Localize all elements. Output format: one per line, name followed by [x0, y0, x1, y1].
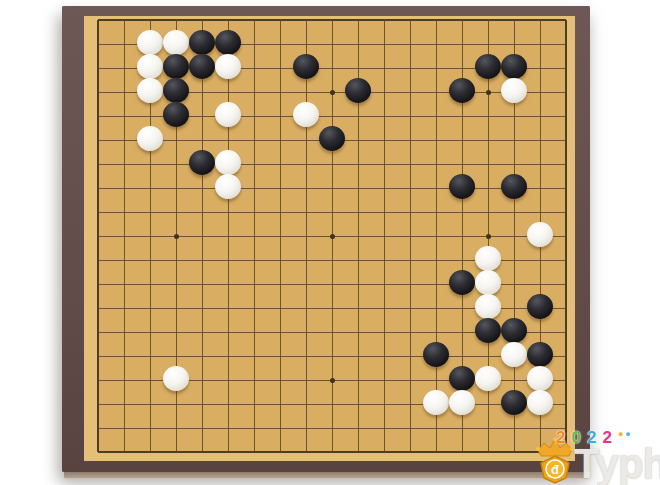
grid-line-horizontal	[98, 451, 566, 453]
white-stone[interactable]	[501, 78, 527, 103]
white-stone[interactable]	[475, 270, 501, 295]
black-stone[interactable]	[449, 366, 475, 391]
grid-line-horizontal	[98, 356, 566, 357]
watermark: đ 2022●● Typhu88	[532, 424, 660, 484]
black-stone[interactable]	[501, 54, 527, 79]
grid-line-vertical	[436, 20, 437, 452]
grid-line-vertical	[384, 20, 385, 452]
board-face	[84, 16, 575, 461]
black-stone[interactable]	[475, 54, 501, 79]
black-stone[interactable]	[475, 318, 501, 343]
white-stone[interactable]	[215, 150, 241, 175]
star-point	[330, 234, 335, 239]
black-stone[interactable]	[163, 78, 189, 103]
black-stone[interactable]	[189, 150, 215, 175]
watermark-brand: Typhu88	[574, 440, 660, 485]
white-stone[interactable]	[423, 390, 449, 415]
black-stone[interactable]	[163, 54, 189, 79]
white-stone[interactable]	[293, 102, 319, 127]
grid-line-horizontal	[98, 428, 566, 429]
white-stone[interactable]	[501, 342, 527, 367]
white-stone[interactable]	[527, 366, 553, 391]
board-grid[interactable]	[98, 20, 566, 452]
goban-side-edge	[64, 472, 586, 479]
black-stone[interactable]	[345, 78, 371, 103]
white-stone[interactable]	[527, 222, 553, 247]
white-stone[interactable]	[215, 54, 241, 79]
white-stone[interactable]	[449, 390, 475, 415]
star-point	[486, 234, 491, 239]
white-stone[interactable]	[475, 246, 501, 271]
white-stone[interactable]	[215, 174, 241, 199]
grid-line-vertical	[410, 20, 411, 452]
white-stone[interactable]	[163, 366, 189, 391]
white-stone[interactable]	[475, 366, 501, 391]
white-stone[interactable]	[137, 126, 163, 151]
watermark-year-digit: 2	[556, 428, 571, 447]
grid-line-horizontal	[98, 404, 566, 405]
white-stone[interactable]	[527, 390, 553, 415]
black-stone[interactable]	[423, 342, 449, 367]
black-stone[interactable]	[449, 270, 475, 295]
goban	[62, 6, 590, 472]
go-board-photo: đ 2022●● Typhu88	[0, 0, 660, 485]
star-point	[330, 378, 335, 383]
black-stone[interactable]	[501, 390, 527, 415]
black-stone[interactable]	[527, 342, 553, 367]
white-stone[interactable]	[137, 54, 163, 79]
white-stone[interactable]	[475, 294, 501, 319]
white-stone[interactable]	[137, 30, 163, 55]
star-point	[486, 90, 491, 95]
watermark-sparkle-dot: ●	[625, 429, 632, 439]
black-stone[interactable]	[215, 30, 241, 55]
black-stone[interactable]	[501, 174, 527, 199]
black-stone[interactable]	[293, 54, 319, 79]
black-stone[interactable]	[527, 294, 553, 319]
black-stone[interactable]	[501, 318, 527, 343]
white-stone[interactable]	[163, 30, 189, 55]
black-stone[interactable]	[449, 78, 475, 103]
white-stone[interactable]	[215, 102, 241, 127]
black-stone[interactable]	[163, 102, 189, 127]
white-stone[interactable]	[137, 78, 163, 103]
logo-symbol: đ	[551, 462, 559, 477]
black-stone[interactable]	[319, 126, 345, 151]
grid-line-vertical	[565, 20, 567, 452]
black-stone[interactable]	[189, 30, 215, 55]
black-stone[interactable]	[189, 54, 215, 79]
star-point	[174, 234, 179, 239]
star-point	[330, 90, 335, 95]
black-stone[interactable]	[449, 174, 475, 199]
